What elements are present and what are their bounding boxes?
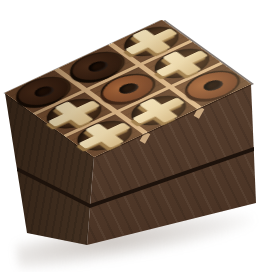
product-photo-stage — [0, 0, 272, 272]
